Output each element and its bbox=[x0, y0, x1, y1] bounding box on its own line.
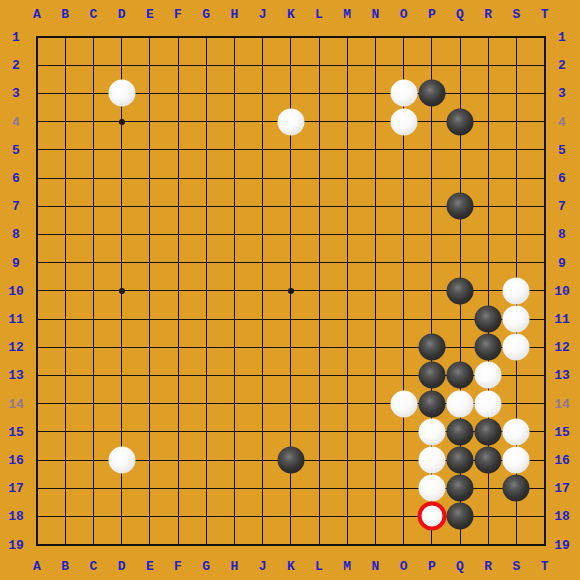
go-stone-black bbox=[447, 362, 474, 389]
go-stone-white bbox=[447, 390, 474, 417]
column-label-top: A bbox=[33, 8, 41, 21]
row-label-left: 17 bbox=[8, 482, 24, 495]
row-label-left: 1 bbox=[12, 31, 20, 44]
row-label-right: 8 bbox=[558, 228, 566, 241]
column-label-bottom: T bbox=[541, 560, 549, 573]
row-label-left: 7 bbox=[12, 200, 20, 213]
column-label-bottom: M bbox=[343, 560, 351, 573]
grid-line-vertical bbox=[319, 36, 320, 546]
column-label-top: B bbox=[61, 8, 69, 21]
row-label-right: 15 bbox=[554, 425, 570, 438]
go-stone-white bbox=[503, 306, 530, 333]
column-label-top: Q bbox=[456, 8, 464, 21]
go-stone-black bbox=[475, 306, 502, 333]
go-stone-white bbox=[475, 390, 502, 417]
row-label-left: 2 bbox=[12, 59, 20, 72]
go-stone-white bbox=[108, 447, 135, 474]
go-stone-black bbox=[447, 447, 474, 474]
column-label-top: N bbox=[371, 8, 379, 21]
go-stone-white bbox=[503, 418, 530, 445]
column-label-bottom: K bbox=[287, 560, 295, 573]
grid-line-horizontal bbox=[36, 347, 546, 348]
go-stone-white bbox=[418, 447, 445, 474]
row-label-left: 12 bbox=[8, 341, 24, 354]
go-stone-black bbox=[418, 80, 445, 107]
column-label-top: T bbox=[541, 8, 549, 21]
go-stone-black bbox=[503, 475, 530, 502]
column-label-bottom: S bbox=[512, 560, 520, 573]
go-stone-white bbox=[418, 475, 445, 502]
column-label-bottom: P bbox=[428, 560, 436, 573]
row-label-left: 14 bbox=[8, 397, 24, 410]
row-label-left: 16 bbox=[8, 454, 24, 467]
row-label-right: 2 bbox=[558, 59, 566, 72]
go-stone-black bbox=[418, 334, 445, 361]
row-label-left: 3 bbox=[12, 87, 20, 100]
grid-line-vertical bbox=[375, 36, 376, 546]
row-label-left: 5 bbox=[12, 143, 20, 156]
column-label-top: S bbox=[512, 8, 520, 21]
column-label-bottom: C bbox=[89, 560, 97, 573]
column-label-top: G bbox=[202, 8, 210, 21]
go-stone-black bbox=[447, 475, 474, 502]
last-move-marker bbox=[417, 502, 446, 531]
column-label-top: K bbox=[287, 8, 295, 21]
column-label-top: D bbox=[118, 8, 126, 21]
row-label-left: 9 bbox=[12, 256, 20, 269]
column-label-bottom: D bbox=[118, 560, 126, 573]
go-board[interactable]: AABBCCDDEEFFGGHHJJKKLLMMNNOOPPQQRRSSTT11… bbox=[0, 0, 580, 580]
column-label-top: P bbox=[428, 8, 436, 21]
row-label-left: 15 bbox=[8, 425, 24, 438]
go-stone-white bbox=[418, 418, 445, 445]
column-label-bottom: G bbox=[202, 560, 210, 573]
go-stone-white bbox=[503, 447, 530, 474]
go-stone-white bbox=[390, 108, 417, 135]
column-label-bottom: Q bbox=[456, 560, 464, 573]
column-label-top: F bbox=[174, 8, 182, 21]
go-stone-white bbox=[503, 277, 530, 304]
column-label-bottom: B bbox=[61, 560, 69, 573]
go-stone-white bbox=[390, 390, 417, 417]
column-label-top: L bbox=[315, 8, 323, 21]
column-label-top: E bbox=[146, 8, 154, 21]
go-stone-black bbox=[447, 418, 474, 445]
row-label-left: 19 bbox=[8, 538, 24, 551]
row-label-left: 13 bbox=[8, 369, 24, 382]
row-label-right: 17 bbox=[554, 482, 570, 495]
grid-line-vertical bbox=[347, 36, 348, 546]
go-stone-black bbox=[475, 334, 502, 361]
grid-line-horizontal bbox=[36, 319, 546, 320]
column-label-top: R bbox=[484, 8, 492, 21]
row-label-right: 3 bbox=[558, 87, 566, 100]
star-point bbox=[119, 288, 125, 294]
go-stone-white bbox=[277, 108, 304, 135]
column-label-top: J bbox=[259, 8, 267, 21]
row-label-left: 8 bbox=[12, 228, 20, 241]
row-label-right: 12 bbox=[554, 341, 570, 354]
row-label-left: 11 bbox=[8, 313, 24, 326]
row-label-right: 4 bbox=[558, 115, 566, 128]
row-label-left: 4 bbox=[12, 115, 20, 128]
go-stone-black bbox=[447, 108, 474, 135]
row-label-right: 10 bbox=[554, 284, 570, 297]
go-stone-white bbox=[475, 362, 502, 389]
star-point bbox=[119, 119, 125, 125]
row-label-right: 6 bbox=[558, 172, 566, 185]
go-stone-black bbox=[447, 193, 474, 220]
row-label-right: 19 bbox=[554, 538, 570, 551]
column-label-bottom: J bbox=[259, 560, 267, 573]
go-stone-white bbox=[108, 80, 135, 107]
row-label-left: 18 bbox=[8, 510, 24, 523]
column-label-bottom: E bbox=[146, 560, 154, 573]
column-label-bottom: F bbox=[174, 560, 182, 573]
row-label-left: 6 bbox=[12, 172, 20, 185]
go-stone-black bbox=[418, 362, 445, 389]
column-label-top: C bbox=[89, 8, 97, 21]
go-stone-black bbox=[277, 447, 304, 474]
go-stone-black bbox=[418, 390, 445, 417]
row-label-right: 9 bbox=[558, 256, 566, 269]
column-label-top: M bbox=[343, 8, 351, 21]
column-label-top: H bbox=[230, 8, 238, 21]
column-label-bottom: R bbox=[484, 560, 492, 573]
go-stone-black bbox=[475, 447, 502, 474]
row-label-right: 16 bbox=[554, 454, 570, 467]
go-stone-white bbox=[503, 334, 530, 361]
column-label-top: O bbox=[400, 8, 408, 21]
row-label-right: 5 bbox=[558, 143, 566, 156]
row-label-right: 18 bbox=[554, 510, 570, 523]
column-label-bottom: H bbox=[230, 560, 238, 573]
column-label-bottom: L bbox=[315, 560, 323, 573]
go-stone-black bbox=[475, 418, 502, 445]
row-label-right: 7 bbox=[558, 200, 566, 213]
column-label-bottom: N bbox=[371, 560, 379, 573]
row-label-right: 1 bbox=[558, 31, 566, 44]
star-point bbox=[288, 288, 294, 294]
column-label-bottom: A bbox=[33, 560, 41, 573]
go-stone-black bbox=[447, 503, 474, 530]
row-label-right: 11 bbox=[554, 313, 570, 326]
go-stone-white bbox=[390, 80, 417, 107]
go-stone-black bbox=[447, 277, 474, 304]
column-label-bottom: O bbox=[400, 560, 408, 573]
row-label-right: 13 bbox=[554, 369, 570, 382]
row-label-right: 14 bbox=[554, 397, 570, 410]
row-label-left: 10 bbox=[8, 284, 24, 297]
